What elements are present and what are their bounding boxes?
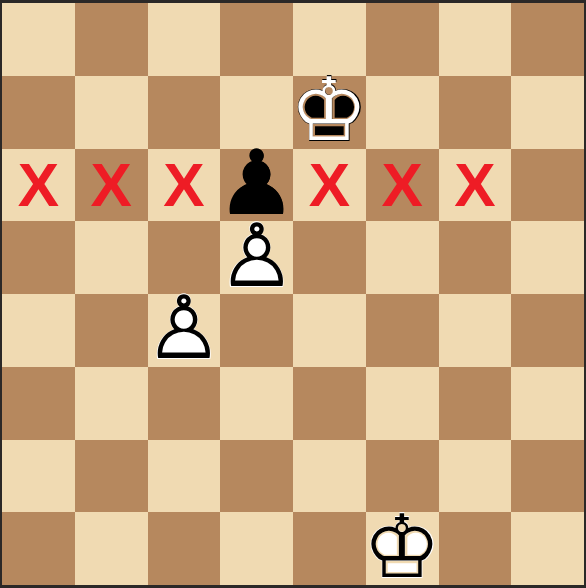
square-h3[interactable] — [511, 367, 584, 440]
square-a7[interactable] — [2, 76, 75, 149]
x-marker-b6: X — [90, 154, 131, 216]
square-f4[interactable] — [366, 294, 439, 367]
square-f5[interactable] — [366, 221, 439, 294]
white-pawn-piece-outline: ♙ — [145, 285, 223, 372]
square-c7[interactable] — [148, 76, 221, 149]
square-b1[interactable] — [75, 512, 148, 585]
white-pawn-piece-outline: ♙ — [217, 212, 295, 299]
square-b2[interactable] — [75, 440, 148, 513]
x-marker-g6: X — [454, 154, 495, 216]
square-c5[interactable] — [148, 221, 221, 294]
square-c6[interactable]: X — [148, 149, 221, 222]
chess-board: ♚♔XXX♟♙XXX♟♙♟♙♚♔ — [0, 0, 586, 588]
square-h4[interactable] — [511, 294, 584, 367]
square-b3[interactable] — [75, 367, 148, 440]
square-a8[interactable] — [2, 3, 75, 76]
square-c2[interactable] — [148, 440, 221, 513]
black-pawn-piece[interactable]: ♟ — [216, 138, 297, 228]
square-c8[interactable] — [148, 3, 221, 76]
square-g4[interactable] — [439, 294, 512, 367]
square-g6[interactable]: X — [439, 149, 512, 222]
square-e4[interactable] — [293, 294, 366, 367]
square-e8[interactable] — [293, 3, 366, 76]
square-h2[interactable] — [511, 440, 584, 513]
square-b4[interactable] — [75, 294, 148, 367]
square-g5[interactable] — [439, 221, 512, 294]
square-f8[interactable] — [366, 3, 439, 76]
white-pawn-piece[interactable]: ♟ — [144, 284, 225, 374]
square-h8[interactable] — [511, 3, 584, 76]
square-a3[interactable] — [2, 367, 75, 440]
square-h6[interactable] — [511, 149, 584, 222]
square-g3[interactable] — [439, 367, 512, 440]
square-f3[interactable] — [366, 367, 439, 440]
square-e1[interactable] — [293, 512, 366, 585]
square-e7[interactable]: ♚♔ — [293, 76, 366, 149]
x-marker-f6: X — [381, 154, 422, 216]
black-king-piece-outline: ♔ — [290, 67, 368, 154]
square-c1[interactable] — [148, 512, 221, 585]
square-d3[interactable] — [220, 367, 293, 440]
black-king-piece[interactable]: ♚ — [289, 65, 370, 155]
square-g7[interactable] — [439, 76, 512, 149]
square-d7[interactable] — [220, 76, 293, 149]
square-e3[interactable] — [293, 367, 366, 440]
square-c3[interactable] — [148, 367, 221, 440]
square-g1[interactable] — [439, 512, 512, 585]
square-g8[interactable] — [439, 3, 512, 76]
square-d1[interactable] — [220, 512, 293, 585]
white-pawn-piece[interactable]: ♟ — [216, 211, 297, 301]
square-e5[interactable] — [293, 221, 366, 294]
chess-board-grid: ♚♔XXX♟♙XXX♟♙♟♙♚♔ — [2, 3, 584, 585]
square-h5[interactable] — [511, 221, 584, 294]
square-f6[interactable]: X — [366, 149, 439, 222]
square-e6[interactable]: X — [293, 149, 366, 222]
square-b5[interactable] — [75, 221, 148, 294]
square-a4[interactable] — [2, 294, 75, 367]
black-pawn-piece-outline: ♙ — [217, 139, 295, 226]
x-marker-c6: X — [163, 154, 204, 216]
square-d2[interactable] — [220, 440, 293, 513]
x-marker-a6: X — [18, 154, 59, 216]
square-b6[interactable]: X — [75, 149, 148, 222]
square-g2[interactable] — [439, 440, 512, 513]
square-f7[interactable] — [366, 76, 439, 149]
square-h1[interactable] — [511, 512, 584, 585]
square-h7[interactable] — [511, 76, 584, 149]
square-a5[interactable] — [2, 221, 75, 294]
square-d6[interactable]: ♟♙ — [220, 149, 293, 222]
square-a2[interactable] — [2, 440, 75, 513]
square-d8[interactable] — [220, 3, 293, 76]
square-d4[interactable] — [220, 294, 293, 367]
square-f2[interactable] — [366, 440, 439, 513]
square-b8[interactable] — [75, 3, 148, 76]
square-a6[interactable]: X — [2, 149, 75, 222]
white-king-piece-outline: ♔ — [363, 503, 441, 588]
white-king-piece[interactable]: ♚ — [362, 502, 443, 588]
square-e2[interactable] — [293, 440, 366, 513]
square-c4[interactable]: ♟♙ — [148, 294, 221, 367]
x-marker-e6: X — [309, 154, 350, 216]
square-f1[interactable]: ♚♔ — [366, 512, 439, 585]
square-a1[interactable] — [2, 512, 75, 585]
square-b7[interactable] — [75, 76, 148, 149]
square-d5[interactable]: ♟♙ — [220, 221, 293, 294]
